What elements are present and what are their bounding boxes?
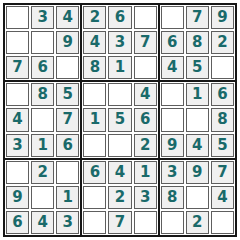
cell-r8c5[interactable]: 2 xyxy=(108,186,131,209)
cell-r6c1[interactable]: 3 xyxy=(6,134,29,157)
cell-r3c5[interactable]: 1 xyxy=(108,56,131,79)
cell-r8c6[interactable]: 3 xyxy=(134,186,157,209)
cell-r1c8[interactable]: 7 xyxy=(186,6,209,29)
cell-r5c4[interactable]: 1 xyxy=(83,108,106,131)
cell-r2c2[interactable] xyxy=(31,31,54,54)
cell-r3c8[interactable]: 5 xyxy=(186,56,209,79)
sudoku-box-8: 641237 xyxy=(82,160,157,235)
cell-r2c4[interactable]: 4 xyxy=(83,31,106,54)
cell-r4c1[interactable] xyxy=(6,83,29,106)
cell-r4c6[interactable]: 4 xyxy=(134,83,157,106)
cell-r5c3[interactable]: 7 xyxy=(56,108,79,131)
cell-r6c9[interactable]: 5 xyxy=(211,134,234,157)
cell-r8c4[interactable] xyxy=(83,186,106,209)
cell-r7c8[interactable]: 9 xyxy=(186,161,209,184)
cell-r6c2[interactable]: 1 xyxy=(31,134,54,157)
cell-r9c9[interactable] xyxy=(211,211,234,234)
sudoku-box-9: 397842 xyxy=(160,160,235,235)
sudoku-box-2: 2643781 xyxy=(82,5,157,80)
cell-r7c4[interactable]: 6 xyxy=(83,161,106,184)
cell-r4c9[interactable]: 6 xyxy=(211,83,234,106)
cell-r7c5[interactable]: 4 xyxy=(108,161,131,184)
cell-r7c3[interactable] xyxy=(56,161,79,184)
cell-r9c1[interactable]: 6 xyxy=(6,211,29,234)
cell-r5c9[interactable]: 8 xyxy=(211,108,234,131)
cell-r8c8[interactable] xyxy=(186,186,209,209)
cell-r7c7[interactable]: 3 xyxy=(161,161,184,184)
sudoku-box-1: 34976 xyxy=(5,5,80,80)
cell-r4c5[interactable] xyxy=(108,83,131,106)
cell-r2c9[interactable]: 2 xyxy=(211,31,234,54)
cell-r2c7[interactable]: 6 xyxy=(161,31,184,54)
cell-r9c6[interactable] xyxy=(134,211,157,234)
cell-r6c4[interactable] xyxy=(83,134,106,157)
cell-r7c6[interactable]: 1 xyxy=(134,161,157,184)
cell-r7c9[interactable]: 7 xyxy=(211,161,234,184)
cell-r9c3[interactable]: 3 xyxy=(56,211,79,234)
cell-r3c7[interactable]: 4 xyxy=(161,56,184,79)
cell-r6c3[interactable]: 6 xyxy=(56,134,79,157)
cell-r4c7[interactable] xyxy=(161,83,184,106)
cell-r3c3[interactable] xyxy=(56,56,79,79)
sudoku-box-4: 8547316 xyxy=(5,82,80,157)
cell-r9c2[interactable]: 4 xyxy=(31,211,54,234)
cell-r3c2[interactable]: 6 xyxy=(31,56,54,79)
cell-r7c1[interactable] xyxy=(6,161,29,184)
cell-r8c2[interactable] xyxy=(31,186,54,209)
cell-r8c3[interactable]: 1 xyxy=(56,186,79,209)
cell-r1c5[interactable]: 6 xyxy=(108,6,131,29)
cell-r6c8[interactable]: 4 xyxy=(186,134,209,157)
cell-r8c1[interactable]: 9 xyxy=(6,186,29,209)
cell-r4c3[interactable]: 5 xyxy=(56,83,79,106)
cell-r4c4[interactable] xyxy=(83,83,106,106)
sudoku-board: 3497626437817968245854731641562168945291… xyxy=(3,3,237,237)
cell-r3c9[interactable] xyxy=(211,56,234,79)
cell-r5c2[interactable] xyxy=(31,108,54,131)
cell-r9c4[interactable] xyxy=(83,211,106,234)
cell-r2c3[interactable]: 9 xyxy=(56,31,79,54)
cell-r9c8[interactable]: 2 xyxy=(186,211,209,234)
cell-r4c2[interactable]: 8 xyxy=(31,83,54,106)
cell-r1c6[interactable] xyxy=(134,6,157,29)
cell-r9c5[interactable]: 7 xyxy=(108,211,131,234)
sudoku-box-7: 291643 xyxy=(5,160,80,235)
cell-r8c9[interactable]: 4 xyxy=(211,186,234,209)
cell-r7c2[interactable]: 2 xyxy=(31,161,54,184)
cell-r3c1[interactable]: 7 xyxy=(6,56,29,79)
sudoku-box-5: 41562 xyxy=(82,82,157,157)
cell-r8c7[interactable]: 8 xyxy=(161,186,184,209)
cell-r5c1[interactable]: 4 xyxy=(6,108,29,131)
cell-r1c7[interactable] xyxy=(161,6,184,29)
cell-r6c7[interactable]: 9 xyxy=(161,134,184,157)
cell-r6c5[interactable] xyxy=(108,134,131,157)
cell-r1c1[interactable] xyxy=(6,6,29,29)
cell-r6c6[interactable]: 2 xyxy=(134,134,157,157)
cell-r1c2[interactable]: 3 xyxy=(31,6,54,29)
sudoku-box-6: 168945 xyxy=(160,82,235,157)
cell-r3c6[interactable] xyxy=(134,56,157,79)
cell-r5c5[interactable]: 5 xyxy=(108,108,131,131)
cell-r3c4[interactable]: 8 xyxy=(83,56,106,79)
cell-r2c6[interactable]: 7 xyxy=(134,31,157,54)
cell-r5c6[interactable]: 6 xyxy=(134,108,157,131)
cell-r1c9[interactable]: 9 xyxy=(211,6,234,29)
cell-r9c7[interactable] xyxy=(161,211,184,234)
cell-r5c8[interactable] xyxy=(186,108,209,131)
cell-r2c5[interactable]: 3 xyxy=(108,31,131,54)
cell-r2c8[interactable]: 8 xyxy=(186,31,209,54)
sudoku-box-3: 7968245 xyxy=(160,5,235,80)
cell-r2c1[interactable] xyxy=(6,31,29,54)
cell-r1c3[interactable]: 4 xyxy=(56,6,79,29)
cell-r4c8[interactable]: 1 xyxy=(186,83,209,106)
cell-r5c7[interactable] xyxy=(161,108,184,131)
cell-r1c4[interactable]: 2 xyxy=(83,6,106,29)
